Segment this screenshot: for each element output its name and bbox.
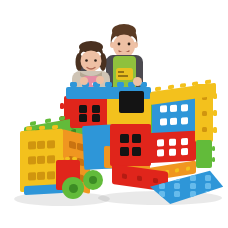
red-floor-panel-holes	[117, 170, 163, 186]
window-panel-center	[110, 124, 151, 166]
connector-tooth	[39, 126, 45, 130]
waffle-hole	[79, 114, 87, 122]
waffle-hole	[28, 157, 36, 165]
connector-tooth	[180, 83, 186, 88]
girl-left-hand	[80, 77, 88, 85]
right-wall-blue-holes	[158, 101, 190, 129]
boy-hand	[133, 77, 142, 86]
waffle-hole	[137, 175, 142, 181]
waffle-hole	[47, 156, 55, 164]
connector-tooth	[60, 103, 64, 109]
waffle-hole	[47, 140, 55, 148]
waffle-hole	[120, 134, 129, 143]
waffle-hole	[157, 149, 164, 156]
waffle-hole	[205, 183, 211, 189]
waffle-hole	[160, 118, 167, 125]
waffle-hole	[79, 105, 87, 113]
waffle-hole	[122, 173, 127, 179]
waffle-hole	[120, 147, 129, 156]
waffle-hole	[47, 171, 55, 179]
waffle-hole	[202, 127, 207, 132]
right-wall-red-holes	[154, 136, 191, 158]
window-panel-center-holes	[118, 132, 143, 158]
waffle-hole	[169, 138, 176, 145]
waffle-hole	[170, 118, 177, 125]
connector-tooth	[52, 125, 58, 129]
waffle-hole	[28, 172, 36, 180]
boy-eye-right	[128, 43, 131, 46]
waffle-hole	[186, 166, 190, 171]
cart-wheel-front-hub	[69, 184, 78, 193]
window-panel-left-holes	[76, 104, 102, 122]
girl-right-hand	[96, 76, 104, 84]
waffle-hole	[174, 191, 180, 197]
waffle-hole	[153, 177, 158, 183]
waffle-hole	[169, 148, 176, 155]
black-window	[119, 91, 144, 113]
waffle-hole	[202, 111, 207, 116]
waffle-hole	[170, 105, 177, 112]
connector-tooth	[168, 85, 174, 90]
cart-front-teeth	[22, 125, 61, 131]
waffle-hole	[92, 114, 100, 122]
waffle-hole	[37, 140, 45, 148]
waffle-hole	[37, 156, 45, 164]
connector-tooth	[30, 121, 36, 126]
cart-rear-block-teeth	[58, 157, 78, 160]
connector-tooth	[155, 86, 161, 91]
connector-tooth	[117, 82, 124, 87]
connector-tooth	[192, 81, 198, 86]
window-panel-left	[70, 98, 108, 128]
waffle-hole	[69, 141, 76, 150]
connector-tooth	[212, 157, 215, 162]
waffle-hole	[181, 117, 188, 124]
cart-front-holes	[27, 136, 56, 185]
connector-tooth	[65, 157, 70, 160]
waffle-hole	[28, 141, 36, 149]
waffle-hole	[181, 147, 188, 154]
waffle-hole	[37, 172, 45, 180]
connector-tooth	[70, 82, 77, 87]
connector-tooth	[205, 79, 211, 84]
waffle-hole	[190, 183, 196, 189]
connector-tooth	[212, 146, 215, 151]
waffle-hole	[132, 147, 141, 156]
cart-wheel-rear	[83, 170, 103, 190]
product-photo	[0, 0, 228, 228]
connector-tooth	[105, 82, 112, 87]
connector-tooth	[26, 126, 32, 130]
waffle-hole	[205, 175, 211, 181]
waffle-hole	[181, 104, 188, 111]
waffle-hole	[132, 134, 141, 143]
connector-tooth	[213, 110, 217, 116]
connector-tooth	[213, 127, 217, 133]
connector-tooth	[59, 116, 65, 121]
waffle-hole	[92, 105, 100, 113]
boy-vest-print	[116, 68, 133, 80]
right-edge-green	[196, 140, 212, 168]
waffle-hole	[157, 139, 164, 146]
connector-tooth	[59, 157, 64, 160]
girl-eye-left	[85, 59, 88, 62]
boy-eye-left	[118, 43, 121, 46]
waffle-hole	[181, 137, 188, 144]
right-edge-green-teeth	[212, 143, 215, 165]
cart-wheel-rear-hub	[89, 176, 97, 184]
girl-eye-right	[94, 59, 97, 62]
waffle-hole	[175, 168, 179, 173]
connector-tooth	[72, 157, 77, 160]
right-wall-red	[149, 131, 196, 163]
connector-tooth	[45, 118, 51, 123]
waffle-hole	[160, 105, 167, 112]
cart-wheel-front	[62, 177, 84, 199]
waffle-hole	[174, 183, 180, 189]
